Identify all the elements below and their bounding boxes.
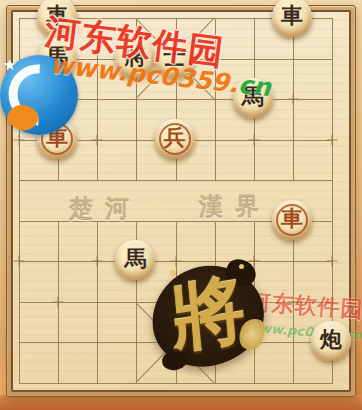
piece-character: 車 bbox=[46, 127, 68, 149]
piece-character: 車 bbox=[281, 208, 303, 230]
piece-black-horse[interactable]: 馬 bbox=[115, 240, 155, 280]
piece-red-chariot[interactable]: 車 bbox=[37, 119, 77, 159]
piece-red-soldier[interactable]: 兵 bbox=[155, 119, 195, 159]
piece-black-horse[interactable]: 馬 bbox=[37, 38, 77, 78]
gold-dot bbox=[239, 264, 244, 269]
piece-character: 馬 bbox=[242, 86, 264, 108]
piece-character: 馬 bbox=[124, 248, 146, 270]
gold-dot bbox=[170, 270, 176, 276]
piece-black-advisor[interactable]: 士 bbox=[155, 38, 195, 78]
piece-character: 車 bbox=[281, 5, 303, 27]
game-logo-stamp: 將 bbox=[152, 266, 264, 366]
piece-black-chariot[interactable]: 車 bbox=[272, 0, 312, 37]
piece-character: 馬 bbox=[46, 46, 68, 68]
piece-character: 車 bbox=[46, 5, 68, 27]
piece-black-horse[interactable]: 馬 bbox=[233, 78, 273, 118]
piece-black-general[interactable]: 將 bbox=[115, 38, 155, 78]
piece-character: 炮 bbox=[320, 329, 342, 351]
piece-black-chariot[interactable]: 車 bbox=[37, 0, 77, 37]
stamp-general-character: 將 bbox=[168, 270, 248, 355]
piece-red-chariot[interactable]: 車 bbox=[272, 200, 312, 240]
piece-character: 兵 bbox=[164, 127, 186, 149]
piece-character: 將 bbox=[124, 46, 146, 68]
piece-character: 士 bbox=[164, 46, 186, 68]
xiangqi-app-screen: 楚河 漢界 車車馬將士馬馬炮車兵車 將 ★ 河东软件园 www.pc0359.c… bbox=[0, 0, 362, 410]
piece-black-cannon[interactable]: 炮 bbox=[311, 321, 351, 361]
